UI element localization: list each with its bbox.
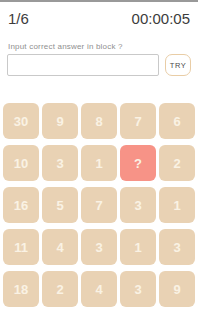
header: 1/6 00:00:05: [0, 2, 198, 27]
grid-cell: 30: [3, 103, 39, 139]
grid-cell: 10: [3, 145, 39, 181]
grid-cell: 2: [159, 145, 195, 181]
input-row: TRY: [0, 54, 198, 76]
grid-cell: 3: [120, 271, 156, 307]
grid-cell: 2: [42, 271, 78, 307]
grid-cell: 16: [3, 187, 39, 223]
try-button[interactable]: TRY: [165, 54, 191, 76]
grid-cell: 3: [81, 229, 117, 265]
grid-cell: 6: [159, 103, 195, 139]
grid-cell: 3: [120, 187, 156, 223]
answer-input[interactable]: [7, 54, 159, 76]
grid-cell: 8: [81, 103, 117, 139]
grid-cell: 4: [42, 229, 78, 265]
grid-cell-target: ?: [120, 145, 156, 181]
grid-cell: 1: [81, 145, 117, 181]
grid-cell: 4: [81, 271, 117, 307]
board-grid: 3098761031?2165731114313182439: [0, 103, 198, 307]
grid-cell: 1: [159, 187, 195, 223]
timer: 00:00:05: [132, 10, 190, 27]
grid-cell: 1: [120, 229, 156, 265]
grid-cell: 11: [3, 229, 39, 265]
grid-cell: 18: [3, 271, 39, 307]
grid-cell: 7: [81, 187, 117, 223]
app-window: 1/6 00:00:05 Input correct answer in blo…: [0, 0, 198, 310]
grid-cell: 7: [120, 103, 156, 139]
progress-counter: 1/6: [8, 10, 29, 27]
grid-cell: 3: [42, 145, 78, 181]
grid-cell: 9: [42, 103, 78, 139]
grid-cell: 9: [159, 271, 195, 307]
prompt-label: Input correct answer in block ?: [8, 42, 190, 51]
grid-cell: 3: [159, 229, 195, 265]
grid-cell: 5: [42, 187, 78, 223]
